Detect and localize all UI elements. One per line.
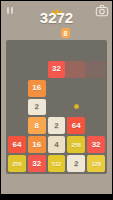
tile-16: 16 (28, 80, 46, 97)
board-grid[interactable]: 3216282646416425632256325122128 (6, 40, 107, 174)
tile-4: 4 (48, 136, 66, 153)
next-tile-badge: 8 (61, 28, 70, 38)
tile-2: 2 (48, 117, 66, 134)
moving-tile-trail (65, 61, 85, 78)
tile-256: 256 (67, 136, 85, 153)
coin-dot (74, 104, 79, 109)
tile-64: 64 (8, 136, 26, 153)
tile-128: 128 (87, 155, 105, 172)
tile-64: 64 (67, 117, 85, 134)
game-screen: 3272 8 3216282646416425632256325122128 (1, 1, 112, 194)
tile-32: 32 (48, 61, 66, 78)
tile-8: 8 (28, 117, 46, 134)
tile-16: 16 (28, 136, 46, 153)
tile-2: 2 (28, 99, 46, 116)
tile-2: 2 (67, 155, 85, 172)
tile-256: 256 (8, 155, 26, 172)
bottom-nav-bar (0, 194, 113, 200)
tile-512: 512 (48, 155, 66, 172)
camera-button[interactable] (95, 3, 109, 16)
phone-frame: 3272 8 3216282646416425632256325122128 (0, 0, 113, 200)
tile-32: 32 (87, 136, 105, 153)
tile-32: 32 (28, 155, 46, 172)
moving-tile-trail (85, 61, 105, 78)
